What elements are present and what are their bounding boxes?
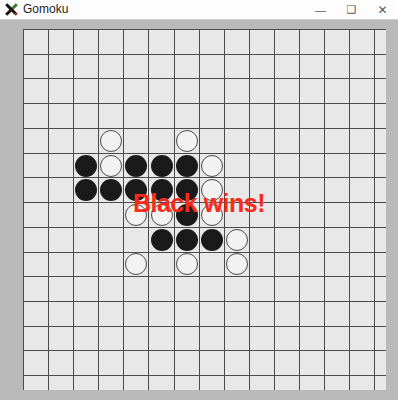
white-stone: [201, 155, 223, 177]
white-stone: [226, 253, 248, 275]
white-stone: [100, 130, 122, 152]
black-stone: [176, 155, 198, 177]
black-stone: [176, 229, 198, 251]
black-stone: [151, 229, 173, 251]
gomoku-window: Gomoku — ❑ ✕ Black wins!: [0, 0, 398, 400]
white-stone: [176, 130, 198, 152]
white-stone: [125, 253, 147, 275]
x-logo-icon: [5, 3, 18, 16]
black-stone: [125, 155, 147, 177]
black-stone: [151, 155, 173, 177]
window-controls: — ❑ ✕: [305, 0, 398, 19]
window-title: Gomoku: [23, 0, 68, 19]
titlebar: Gomoku — ❑ ✕: [0, 0, 398, 20]
black-stone: [100, 179, 122, 201]
black-stone: [201, 229, 223, 251]
status-message: Black wins!: [133, 189, 265, 218]
minimize-button[interactable]: —: [305, 0, 336, 19]
white-stone: [176, 253, 198, 275]
client-area: Black wins!: [0, 20, 398, 400]
maximize-button[interactable]: ❑: [336, 0, 367, 19]
white-stone: [100, 155, 122, 177]
black-stone: [75, 179, 97, 201]
close-button[interactable]: ✕: [367, 0, 398, 19]
black-stone: [75, 155, 97, 177]
white-stone: [226, 229, 248, 251]
